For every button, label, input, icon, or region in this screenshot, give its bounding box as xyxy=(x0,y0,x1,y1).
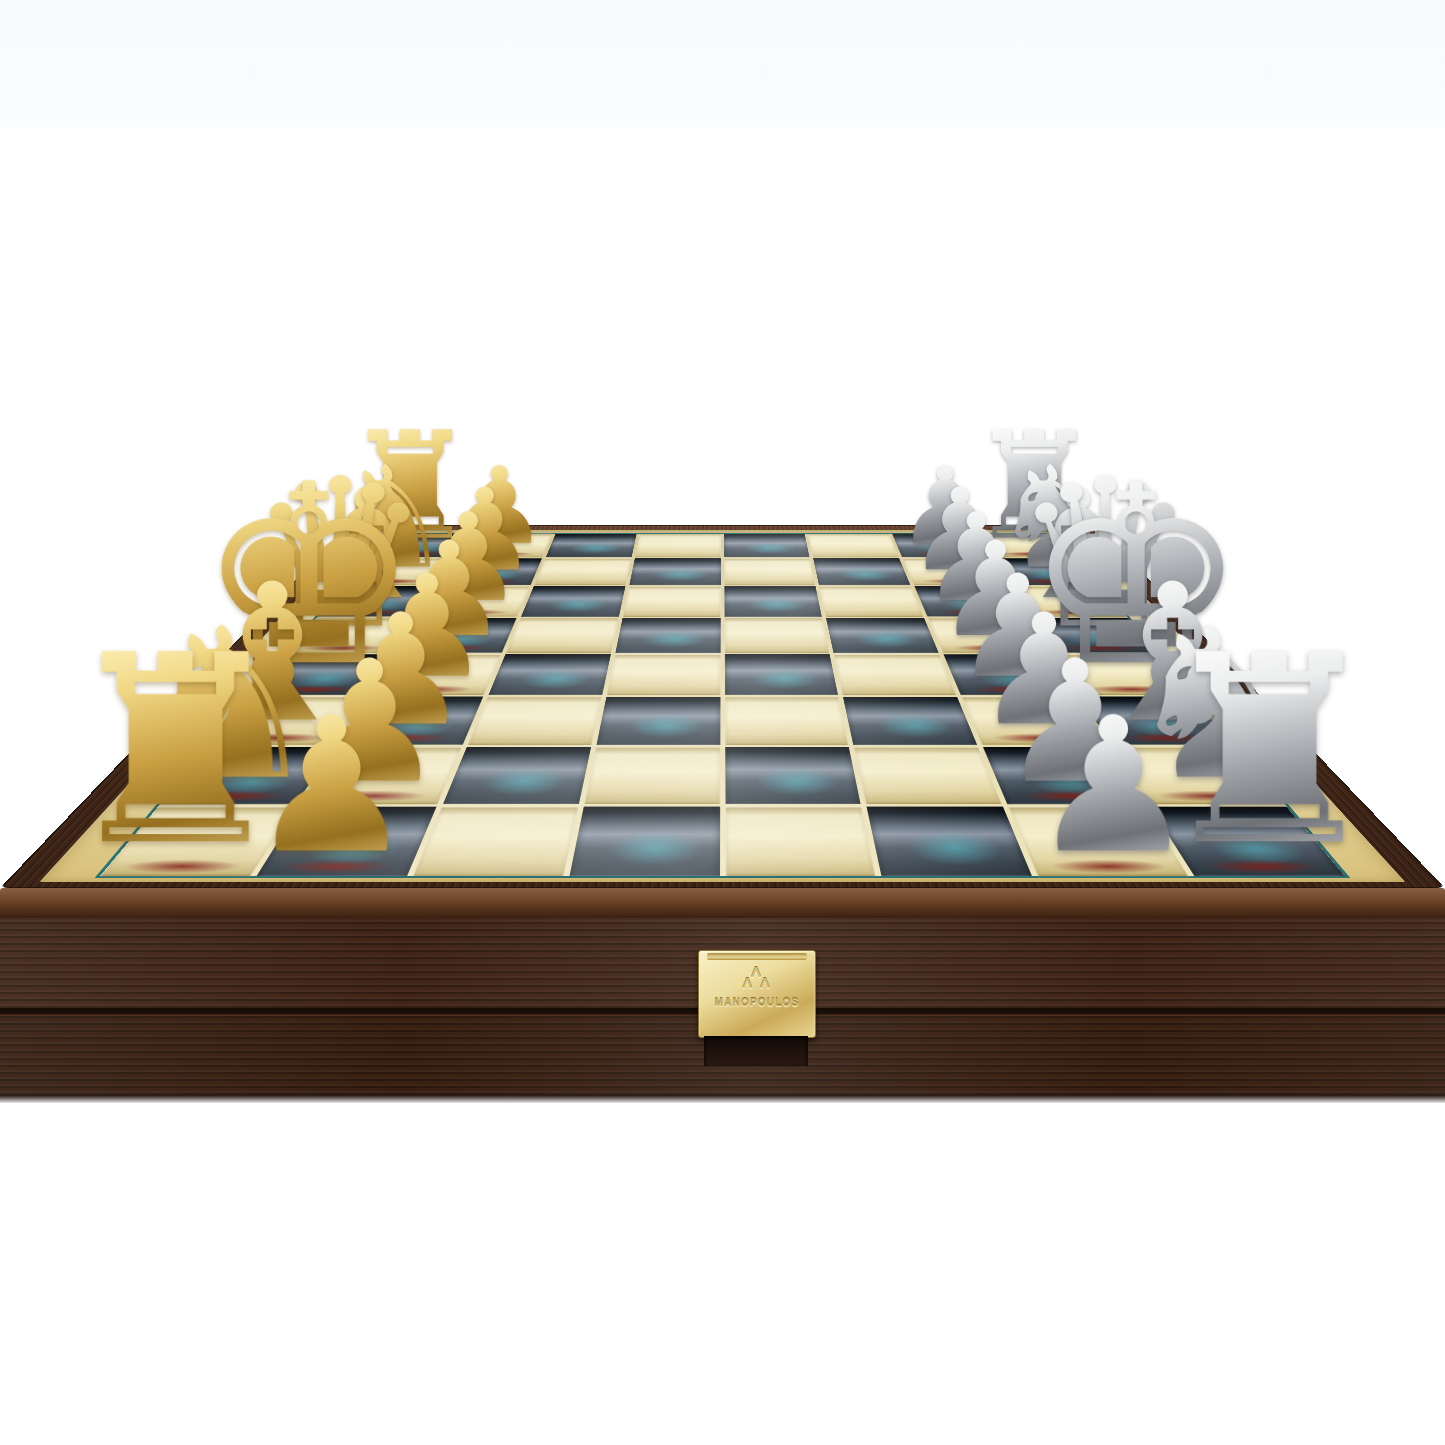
square-c5 xyxy=(724,586,822,616)
square-b5 xyxy=(724,558,816,585)
chess-board: ♜♟♟♜♞♟♟♞♝♟♟♝♛♟♟♛♚♟♟♚♝♟♟♝♞♟♟♞♜♟♟♜ xyxy=(0,525,1445,888)
board-perspective: ♜♟♟♜♞♟♟♞♝♟♟♝♛♟♟♛♚♟♟♚♝♟♟♝♞♟♟♞♜♟♟♜ xyxy=(0,0,1445,888)
wooden-case-front: Λ Λ Λ MANOPOULOS xyxy=(0,888,1445,1103)
square-e4 xyxy=(606,654,720,695)
square-c3 xyxy=(521,586,625,616)
square-f5 xyxy=(725,697,849,745)
square-h6 xyxy=(867,806,1033,876)
square-a6 xyxy=(808,534,899,558)
square-h5 xyxy=(725,806,876,876)
square-e6 xyxy=(834,654,957,695)
square-e5 xyxy=(724,654,838,695)
square-b3 xyxy=(534,558,631,585)
square-h3 xyxy=(413,806,578,876)
gold-clasp[interactable]: Λ Λ Λ MANOPOULOS xyxy=(698,950,816,1038)
square-f4 xyxy=(596,697,720,745)
board-squares: ♜♟♟♜♞♟♟♞♝♟♟♝♛♟♟♛♚♟♟♚♝♟♟♝♞♟♟♞♜♟♟♜ xyxy=(100,534,1345,877)
square-c4 xyxy=(623,586,721,616)
square-e3 xyxy=(488,654,610,695)
silver-pawn[interactable]: ♟ xyxy=(1029,698,1196,875)
square-g4 xyxy=(584,747,720,804)
case-lid-edge xyxy=(0,888,1445,918)
brand-text: MANOPOULOS xyxy=(699,997,815,1008)
square-b6 xyxy=(813,558,910,585)
square-g6 xyxy=(854,747,1002,804)
square-d3 xyxy=(506,618,619,653)
square-a4 xyxy=(635,534,721,558)
square-f3 xyxy=(468,697,602,745)
square-g3 xyxy=(443,747,591,804)
square-g5 xyxy=(725,747,861,804)
square-c6 xyxy=(819,586,923,616)
square-d4 xyxy=(615,618,720,653)
manopoulos-m-logo: Λ Λ Λ xyxy=(699,967,815,989)
square-f6 xyxy=(843,697,977,745)
photo-stage: ♜♟♟♜♞♟♟♞♝♟♟♝♛♟♟♛♚♟♟♚♝♟♟♝♞♟♟♞♜♟♟♜ Λ Λ Λ M… xyxy=(0,0,1445,1445)
square-h2: ♟ xyxy=(256,806,436,876)
square-b4 xyxy=(629,558,720,585)
square-a5 xyxy=(724,534,810,558)
square-h4 xyxy=(569,806,720,876)
square-a3 xyxy=(546,534,637,558)
square-d6 xyxy=(826,618,939,653)
square-h7: ♟ xyxy=(1008,806,1188,876)
square-d5 xyxy=(724,618,829,653)
case-bottom-shadow xyxy=(0,1095,1445,1103)
clasp-recess xyxy=(704,1036,808,1066)
gold-pawn[interactable]: ♟ xyxy=(248,698,415,875)
